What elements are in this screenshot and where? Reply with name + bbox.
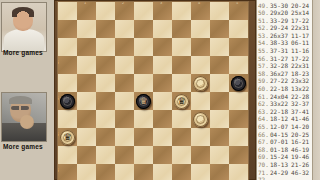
move-number: 53.: [258, 32, 270, 40]
dark-square: [172, 56, 191, 74]
move-number: 55.: [258, 47, 270, 55]
dark-square: [210, 164, 229, 180]
move-list[interactable]: 49.35-3020-2450.29x2025x1451.33-2917-225…: [256, 0, 312, 180]
move-row: 52.29-2422x31: [257, 24, 312, 32]
light-square: [115, 164, 134, 180]
black-move: 11-16: [291, 47, 309, 54]
player1-shirt: [4, 29, 44, 51]
move-number: 64.: [258, 115, 270, 123]
white-move: 04-15: [270, 131, 288, 138]
board-col-label: 2: [122, 2, 124, 5]
light-square: [153, 20, 172, 38]
move-number: 51.: [258, 17, 270, 25]
player2-hair: [9, 96, 32, 104]
black-move: 46-32: [291, 169, 309, 176]
dark-square: [96, 128, 115, 146]
video-frame: More games More games 61626364612345♛♛♛ …: [0, 0, 320, 180]
light-square: [58, 38, 77, 56]
dark-square: [115, 2, 134, 20]
move-number: 58.: [258, 70, 270, 78]
player1-hair: [12, 7, 34, 17]
move-number: 54.: [258, 39, 270, 47]
player-photo-bottom[interactable]: [1, 92, 47, 142]
player-photo-top[interactable]: [1, 2, 47, 52]
move-row: 62.33x2232-37: [257, 100, 312, 108]
draughts-board: 61626364612345♛♛♛: [54, 0, 256, 180]
light-square: [77, 164, 96, 180]
move-row: 58.36x2718-23: [257, 70, 312, 78]
light-square: [172, 38, 191, 56]
white-move: 26x37: [270, 32, 288, 39]
white-move: 22-18: [270, 108, 288, 115]
king-crown-icon: ♛: [139, 97, 147, 106]
light-square: [96, 2, 115, 20]
black-move: 11-17: [291, 32, 309, 39]
dark-square: [77, 2, 96, 20]
light-square: [96, 38, 115, 56]
white-move: 36x27: [270, 70, 288, 77]
light-square: [96, 74, 115, 92]
dark-square: [229, 110, 248, 128]
white-move: 38-33: [270, 39, 288, 46]
black-man-square-25: [231, 76, 246, 91]
dark-square: [77, 74, 96, 92]
white-man-square-34: [193, 112, 208, 127]
light-square: [96, 110, 115, 128]
dark-square: [115, 110, 134, 128]
dark-square: [191, 38, 210, 56]
dark-square: [172, 128, 191, 146]
light-square: [134, 74, 153, 92]
move-row: 65.12-0714-20: [257, 123, 312, 131]
board-row-label: 6: [58, 23, 63, 29]
white-move: 32-28: [270, 62, 288, 69]
move-number: 70.: [258, 161, 270, 169]
dark-square: [229, 38, 248, 56]
white-move: 29x20: [270, 9, 288, 16]
dark-square: [172, 20, 191, 38]
light-square: [96, 146, 115, 164]
dark-square: [210, 128, 229, 146]
king-crown-icon: ♛: [63, 133, 71, 142]
light-square: [191, 128, 210, 146]
white-king-square-29: ♛: [174, 94, 189, 109]
move-number: 57.: [258, 62, 270, 70]
black-move: 23x32: [291, 77, 309, 84]
light-square: [134, 146, 153, 164]
white-move: 35-30: [270, 2, 288, 9]
dark-square: [96, 20, 115, 38]
move-number: 72.: [258, 176, 270, 180]
dark-square: [134, 128, 153, 146]
light-square: [115, 56, 134, 74]
dark-square: [134, 56, 153, 74]
white-move: 27-22: [270, 77, 288, 84]
move-row: 69.15-2419-46: [257, 153, 312, 161]
light-square: [191, 92, 210, 110]
move-number: 59.: [258, 77, 270, 85]
dark-square: [153, 146, 172, 164]
dark-square: [229, 146, 248, 164]
white-move: 01-18: [270, 146, 288, 153]
board-col-label: 3: [160, 2, 162, 5]
light-square: [77, 56, 96, 74]
light-square: [58, 2, 77, 20]
move-number: 67.: [258, 138, 270, 146]
move-number: 65.: [258, 123, 270, 131]
light-square: [153, 128, 172, 146]
light-square: [229, 20, 248, 38]
move-row: 55.37-3111-16: [257, 47, 312, 55]
dark-square: [77, 146, 96, 164]
move-row: 67.07-0116-21: [257, 138, 312, 146]
move-row: 53.26x3711-17: [257, 32, 312, 40]
sidebar: More games More games: [0, 0, 54, 180]
move-number: 62.: [258, 100, 270, 108]
dark-square: [96, 56, 115, 74]
player2-hand: [20, 115, 34, 129]
light-square: [153, 92, 172, 110]
white-move: 22-18: [270, 85, 288, 92]
dark-square: [77, 110, 96, 128]
move-row: 60.22-1813x22: [257, 85, 312, 93]
black-move: 22-28: [291, 93, 309, 100]
dark-square: [191, 2, 210, 20]
dark-square: [134, 20, 153, 38]
light-square: [210, 2, 229, 20]
move-row: 51.33-2917-22: [257, 17, 312, 25]
white-move: 07-01: [270, 138, 288, 145]
move-number: 66.: [258, 131, 270, 139]
white-move: 29-24: [270, 24, 288, 31]
light-square: [153, 56, 172, 74]
move-number: 56.: [258, 55, 270, 63]
dark-square: [210, 92, 229, 110]
move-number: 60.: [258, 85, 270, 93]
light-square: [210, 74, 229, 92]
dark-square: [172, 164, 191, 180]
dark-square: [134, 164, 153, 180]
dark-square: [153, 110, 172, 128]
dark-square: [115, 146, 134, 164]
move-row: 68.01-1846-19: [257, 146, 312, 154]
white-move: 15-24: [270, 153, 288, 160]
dark-square: [153, 74, 172, 92]
light-square: [172, 110, 191, 128]
light-square: [172, 2, 191, 20]
white-move: 12-07: [270, 123, 288, 130]
black-move: 16-21: [291, 138, 309, 145]
light-square: [229, 92, 248, 110]
dark-square: [153, 38, 172, 56]
black-move: 17-22: [291, 17, 309, 24]
light-square: [134, 38, 153, 56]
light-square: [58, 146, 77, 164]
move-number: 49.: [258, 2, 270, 10]
king-crown-icon: ♛: [177, 97, 185, 106]
move-number: 61.: [258, 93, 270, 101]
dark-square: [210, 56, 229, 74]
move-row: 61.24x0422-28: [257, 93, 312, 101]
light-square: [115, 92, 134, 110]
black-move: 17-22: [291, 55, 309, 62]
light-square: [210, 146, 229, 164]
light-square: [58, 110, 77, 128]
white-move: 18-12: [270, 115, 288, 122]
glasses-icon: [11, 106, 29, 110]
move-row: 72.: [257, 176, 312, 180]
white-move: 24-29: [270, 169, 288, 176]
dark-square: [77, 38, 96, 56]
move-number: 50.: [258, 9, 270, 17]
light-square: [153, 164, 172, 180]
light-square: [210, 38, 229, 56]
move-number: 63.: [258, 108, 270, 116]
white-move: 24x04: [270, 93, 288, 100]
light-square: [115, 20, 134, 38]
dark-square: [153, 2, 172, 20]
move-row: 49.35-3020-24: [257, 2, 312, 10]
light-square: [77, 128, 96, 146]
light-square: [229, 56, 248, 74]
move-row: 63.22-1837-41: [257, 108, 312, 116]
black-move: 06-11: [291, 39, 309, 46]
dark-square: [115, 38, 134, 56]
board-col-label: 4: [198, 2, 200, 5]
white-move: 37-31: [270, 47, 288, 54]
black-move: 13x22: [291, 85, 309, 92]
board-row-label: 46: [58, 167, 63, 173]
black-move: 19-46: [291, 153, 309, 160]
light-square: [229, 128, 248, 146]
board-col-label: 1: [84, 2, 86, 5]
dark-square: [96, 164, 115, 180]
dark-square: [96, 92, 115, 110]
black-king-square-28: ♛: [136, 94, 151, 109]
light-square: [172, 146, 191, 164]
black-move: 20-25: [291, 131, 309, 138]
black-move: 20-24: [291, 2, 309, 9]
light-square: [191, 20, 210, 38]
black-move: 46-19: [291, 146, 309, 153]
light-square: [134, 110, 153, 128]
white-move: 18-13: [270, 161, 288, 168]
more-games-link-bottom[interactable]: More games: [3, 143, 43, 150]
light-square: [191, 164, 210, 180]
white-man-square-24: [193, 76, 208, 91]
black-move: 37-41: [291, 108, 309, 115]
black-move: 32-37: [291, 100, 309, 107]
light-square: [210, 110, 229, 128]
move-row: 57.32-2822x31: [257, 62, 312, 70]
light-square: [77, 20, 96, 38]
white-move: 33x22: [270, 100, 288, 107]
black-move: 21-26: [291, 161, 309, 168]
black-move: 14-20: [291, 123, 309, 130]
light-square: [58, 74, 77, 92]
more-games-link-top[interactable]: More games: [3, 49, 43, 56]
move-row: 50.29x2025x14: [257, 9, 312, 17]
move-number: 52.: [258, 24, 270, 32]
light-square: [229, 164, 248, 180]
light-square: [77, 92, 96, 110]
black-move: 41-46: [291, 115, 309, 122]
move-row: 54.38-3306-11: [257, 39, 312, 47]
board-grid: 61626364612345♛♛♛: [58, 2, 248, 180]
move-number: 68.: [258, 146, 270, 154]
move-row: 71.24-2946-32: [257, 169, 312, 177]
white-move: 33-29: [270, 17, 288, 24]
move-list-scrollbar[interactable]: [312, 0, 320, 180]
move-row: 66.04-1520-25: [257, 131, 312, 139]
light-square: [191, 56, 210, 74]
light-square: [172, 74, 191, 92]
move-row: 59.27-2223x32: [257, 77, 312, 85]
black-move: 22x31: [291, 62, 309, 69]
board-row-label: 16: [58, 59, 63, 65]
move-row: 64.18-1241-46: [257, 115, 312, 123]
white-move: 31-27: [270, 55, 288, 62]
black-move: 18-23: [291, 70, 309, 77]
light-square: [134, 2, 153, 20]
board-row-label: 26: [58, 95, 63, 101]
board-row-label: 36: [58, 131, 63, 137]
move-number: 69.: [258, 153, 270, 161]
black-move: 22x31: [291, 24, 309, 31]
light-square: [115, 128, 134, 146]
board-col-label: 5: [236, 2, 238, 5]
move-number: 71.: [258, 169, 270, 177]
dark-square: [210, 20, 229, 38]
dark-square: [191, 146, 210, 164]
move-row: 56.31-2717-22: [257, 55, 312, 63]
dark-square: [115, 74, 134, 92]
move-row: 70.18-1321-26: [257, 161, 312, 169]
dark-square: [229, 2, 248, 20]
black-move: 25x14: [291, 9, 309, 16]
